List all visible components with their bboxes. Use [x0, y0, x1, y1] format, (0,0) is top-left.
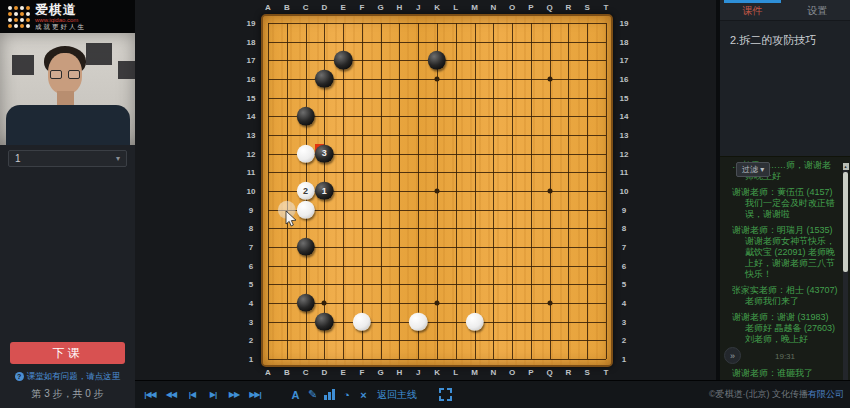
row-label: 1: [249, 355, 253, 364]
chat-timestamp: 19:31: [732, 352, 838, 361]
chat-scrollbar[interactable]: ▲: [843, 163, 848, 380]
info-icon: ?: [15, 372, 24, 381]
move-number: 2: [303, 187, 308, 196]
row-label: 4: [249, 299, 253, 308]
column-label: Q: [547, 3, 553, 12]
fullscreen-button[interactable]: [439, 388, 452, 401]
chat-collapse-handle[interactable]: »: [724, 347, 741, 364]
row-label: 19: [620, 19, 629, 28]
chat-filter-label: 过滤: [742, 165, 758, 174]
board-selector[interactable]: 1 ▾: [8, 150, 127, 167]
tab-settings[interactable]: 设置: [785, 0, 850, 20]
board-selector-value: 1: [15, 151, 21, 166]
column-label: A: [265, 368, 271, 377]
row-label: 15: [620, 93, 629, 102]
logo-dots-icon: [8, 6, 30, 28]
column-label: A: [265, 3, 271, 12]
column-label: C: [303, 3, 309, 12]
column-label: N: [490, 368, 496, 377]
previous-move-button[interactable]: |◀: [183, 390, 201, 399]
column-label: D: [321, 368, 327, 377]
chat-filter-dropdown[interactable]: 过滤 ▾: [736, 162, 770, 177]
scroll-up-icon[interactable]: ▲: [843, 163, 849, 170]
column-label: D: [321, 3, 327, 12]
star-point: [547, 189, 552, 194]
column-label: P: [528, 3, 533, 12]
return-mainline-button[interactable]: 返回主线: [377, 388, 417, 402]
column-label: G: [378, 368, 384, 377]
row-label: 2: [249, 336, 253, 345]
instructor-body: [6, 105, 130, 145]
row-label: 16: [247, 75, 256, 84]
chat-message: 谢谢老师：明瑞月 (1535) 谢谢老师女神节快乐，戴饮宝 (22091) 老师…: [732, 225, 838, 280]
row-label: 13: [620, 131, 629, 140]
column-label: L: [453, 3, 458, 12]
mouse-cursor: [285, 211, 297, 227]
row-label: 18: [620, 37, 629, 46]
row-label: 17: [620, 56, 629, 65]
row-label: 14: [247, 112, 256, 121]
row-label: 9: [249, 205, 253, 214]
row-label: 3: [622, 317, 626, 326]
row-label: 12: [247, 149, 256, 158]
row-label: 5: [622, 280, 626, 289]
column-label: R: [566, 368, 572, 377]
column-label: J: [416, 3, 420, 12]
column-label: E: [340, 3, 345, 12]
row-label: 16: [620, 75, 629, 84]
column-label: P: [528, 368, 533, 377]
row-label: 7: [622, 243, 626, 252]
chat-section: 过滤 ▾ » …老师：……师，谢谢老师晚上好谢谢老师：黄伍伍 (4157) 我们…: [720, 156, 850, 380]
column-label: H: [397, 368, 403, 377]
column-label: B: [284, 3, 290, 12]
row-label: 14: [620, 112, 629, 121]
row-label: 8: [622, 224, 626, 233]
pen-tool-button[interactable]: ✎: [304, 388, 321, 401]
column-label: T: [604, 3, 609, 12]
chat-message-list: …老师：……师，谢谢老师晚上好谢谢老师：黄伍伍 (4157) 我们一定会及时改正…: [732, 160, 838, 378]
star-point: [435, 77, 440, 82]
star-point: [435, 301, 440, 306]
row-label: 11: [620, 168, 628, 177]
backdrop-poster: [86, 43, 112, 65]
column-label: O: [509, 3, 515, 12]
chevron-down-icon: ▾: [116, 151, 120, 166]
analysis-chart-tool-button[interactable]: [321, 389, 338, 400]
column-label: J: [416, 368, 420, 377]
hand-tool-button[interactable]: ◔: [338, 389, 355, 401]
fast-rewind-button[interactable]: ◀◀: [162, 390, 180, 399]
right-panel-tabs: 课件 设置: [720, 0, 850, 21]
brand-name: 爱棋道: [35, 3, 86, 16]
brand-slogan: 成就更好人生: [35, 24, 86, 31]
move-number: 1: [322, 187, 327, 196]
next-move-button[interactable]: ▶|: [204, 390, 222, 399]
clear-marks-button[interactable]: ×: [355, 389, 372, 401]
backdrop-poster: [12, 55, 34, 75]
column-label: F: [359, 368, 364, 377]
glasses-icon: [50, 70, 80, 80]
step-status: 第 3 步，共 0 步: [0, 387, 135, 401]
star-point: [547, 301, 552, 306]
column-label: K: [434, 368, 440, 377]
star-point: [322, 301, 327, 306]
chat-message: 谢谢老师：谁砸我了: [732, 368, 838, 378]
right-panel: 课件 设置 2.拆二的攻防技巧 过滤 ▾ » …老师：……师，谢谢老师晚上好谢谢…: [720, 0, 850, 380]
bottom-toolbar: |◀◀ ◀◀ |◀ ▶| ▶▶ ▶▶| A ✎ ◔ × 返回主线 ©爱棋道·(北…: [135, 380, 850, 408]
help-link-label: 课堂如有问题，请点这里: [27, 371, 121, 381]
go-to-end-button[interactable]: ▶▶|: [246, 390, 264, 399]
row-label: 4: [622, 299, 626, 308]
chevron-down-icon: ▾: [760, 165, 764, 174]
row-label: 9: [622, 205, 626, 214]
lesson-title: 2.拆二的攻防技巧: [720, 21, 850, 48]
column-label: T: [604, 368, 609, 377]
chat-message: 谢谢老师：黄伍伍 (4157) 我们一定会及时改正错误，谢谢啦: [732, 187, 838, 220]
column-label: S: [585, 368, 590, 377]
column-label: F: [359, 3, 364, 12]
column-label: K: [434, 3, 440, 12]
row-label: 13: [247, 131, 256, 140]
row-label: 2: [622, 336, 626, 345]
fast-forward-button[interactable]: ▶▶: [225, 390, 243, 399]
tab-courseware[interactable]: 课件: [720, 0, 785, 20]
left-sidebar: 爱棋道 www.iqidao.com 成就更好人生 1 ▾ 下课 ?课堂如有问题…: [0, 0, 135, 408]
column-label: E: [340, 368, 345, 377]
end-class-button[interactable]: 下课: [10, 342, 125, 364]
instructor-video: [0, 33, 135, 145]
column-label: M: [471, 3, 478, 12]
row-label: 17: [247, 56, 256, 65]
go-classroom-app: 爱棋道 www.iqidao.com 成就更好人生 1 ▾ 下课 ?课堂如有问题…: [0, 0, 850, 408]
move-number: 3: [322, 149, 327, 158]
row-label: 7: [249, 243, 253, 252]
column-label: M: [471, 368, 478, 377]
column-label: N: [490, 3, 496, 12]
column-label: R: [566, 3, 572, 12]
chat-message: 张家实老师：相士 (43707) 老师我们来了: [732, 285, 838, 307]
copyright-link[interactable]: 有限公司: [808, 389, 844, 399]
copyright-text: ©爱棋道·(北京) 文化传播有限公司: [709, 388, 844, 401]
logo-bar: 爱棋道 www.iqidao.com 成就更好人生: [0, 0, 135, 33]
column-label: L: [453, 368, 458, 377]
row-label: 8: [249, 224, 253, 233]
row-label: 11: [247, 168, 255, 177]
chat-message: 谢谢老师：谢谢 (31983) 老师好 晶越备 (27603) 刘老师，晚上好: [732, 312, 838, 345]
copyright-main: ©爱棋道·(北京) 文化传播: [709, 389, 808, 399]
letter-label-tool-button[interactable]: A: [287, 389, 304, 401]
row-label: 10: [247, 187, 256, 196]
row-label: 5: [249, 280, 253, 289]
row-label: 3: [249, 317, 253, 326]
chat-scrollbar-thumb[interactable]: [843, 172, 848, 272]
row-label: 12: [620, 149, 629, 158]
row-label: 10: [620, 187, 629, 196]
go-to-start-button[interactable]: |◀◀: [141, 390, 159, 399]
help-link[interactable]: ?课堂如有问题，请点这里: [0, 371, 135, 383]
column-label: O: [509, 368, 515, 377]
column-label: H: [397, 3, 403, 12]
go-board[interactable]: AA1919BB1818CC1717DD1616EE1515FF1414GG13…: [135, 0, 716, 380]
row-label: 6: [622, 261, 626, 270]
brand-url: www.iqidao.com: [35, 17, 86, 23]
backdrop-poster: [118, 61, 135, 79]
row-label: 15: [247, 93, 256, 102]
column-label: G: [378, 3, 384, 12]
logo-text: 爱棋道 www.iqidao.com 成就更好人生: [35, 3, 86, 31]
row-label: 18: [247, 37, 256, 46]
row-label: 6: [249, 261, 253, 270]
column-label: Q: [547, 368, 553, 377]
column-label: C: [303, 368, 309, 377]
column-label: B: [284, 368, 290, 377]
row-label: 1: [622, 355, 626, 364]
row-label: 19: [247, 19, 256, 28]
star-point: [435, 189, 440, 194]
star-point: [547, 77, 552, 82]
column-label: S: [585, 3, 590, 12]
